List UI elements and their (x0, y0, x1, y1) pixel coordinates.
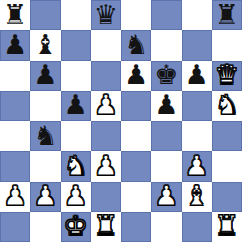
piece-white-pawn[interactable]: ♟ (94, 91, 118, 118)
square-d3[interactable]: ♟ (91, 151, 121, 181)
square-h2[interactable] (212, 182, 242, 212)
piece-black-king[interactable]: ♚ (154, 61, 178, 88)
square-e2[interactable] (121, 182, 151, 212)
square-b5[interactable] (30, 91, 60, 121)
square-h5[interactable]: ♞ (212, 91, 242, 121)
piece-black-pawn[interactable]: ♟ (154, 91, 178, 118)
piece-black-knight[interactable]: ♞ (33, 122, 57, 149)
square-c5[interactable]: ♟ (61, 91, 91, 121)
square-c1[interactable]: ♚ (61, 212, 91, 242)
piece-white-rook[interactable]: ♜ (94, 212, 118, 239)
square-d4[interactable] (91, 121, 121, 151)
square-b8[interactable] (30, 0, 60, 30)
piece-black-pawn[interactable]: ♟ (185, 61, 209, 88)
piece-white-pawn[interactable]: ♟ (94, 152, 118, 179)
square-g5[interactable] (182, 91, 212, 121)
square-h3[interactable] (212, 151, 242, 181)
piece-white-pawn[interactable]: ♟ (64, 182, 88, 209)
square-c4[interactable] (61, 121, 91, 151)
square-a4[interactable] (0, 121, 30, 151)
square-e6[interactable]: ♟ (121, 61, 151, 91)
square-f7[interactable] (151, 30, 181, 60)
square-a8[interactable]: ♜ (0, 0, 30, 30)
square-h7[interactable] (212, 30, 242, 60)
square-f1[interactable] (151, 212, 181, 242)
piece-black-queen[interactable]: ♛ (94, 1, 118, 28)
piece-white-pawn[interactable]: ♟ (154, 182, 178, 209)
square-b7[interactable]: ♝ (30, 30, 60, 60)
square-a2[interactable]: ♟ (0, 182, 30, 212)
square-g6[interactable]: ♟ (182, 61, 212, 91)
square-d1[interactable]: ♜ (91, 212, 121, 242)
piece-black-rook[interactable]: ♜ (215, 1, 239, 28)
square-f5[interactable]: ♟ (151, 91, 181, 121)
square-e3[interactable] (121, 151, 151, 181)
piece-black-pawn[interactable]: ♟ (124, 61, 148, 88)
piece-white-king[interactable]: ♚ (64, 212, 88, 239)
square-f8[interactable] (151, 0, 181, 30)
piece-black-bishop[interactable]: ♝ (33, 31, 57, 58)
square-g8[interactable] (182, 0, 212, 30)
piece-black-rook[interactable]: ♜ (3, 1, 27, 28)
square-f3[interactable] (151, 151, 181, 181)
square-c7[interactable] (61, 30, 91, 60)
square-h8[interactable]: ♜ (212, 0, 242, 30)
square-e8[interactable] (121, 0, 151, 30)
square-h1[interactable]: ♜ (212, 212, 242, 242)
piece-white-knight[interactable]: ♞ (64, 152, 88, 179)
square-g7[interactable] (182, 30, 212, 60)
square-d8[interactable]: ♛ (91, 0, 121, 30)
square-a6[interactable] (0, 61, 30, 91)
square-a3[interactable] (0, 151, 30, 181)
square-a7[interactable]: ♟ (0, 30, 30, 60)
square-c6[interactable] (61, 61, 91, 91)
square-b3[interactable] (30, 151, 60, 181)
square-b4[interactable]: ♞ (30, 121, 60, 151)
square-g4[interactable] (182, 121, 212, 151)
square-a5[interactable] (0, 91, 30, 121)
square-h4[interactable] (212, 121, 242, 151)
piece-white-bishop[interactable]: ♝ (185, 182, 209, 209)
square-c8[interactable] (61, 0, 91, 30)
piece-white-knight[interactable]: ♞ (215, 91, 239, 118)
square-b6[interactable]: ♟ (30, 61, 60, 91)
piece-white-rook[interactable]: ♜ (215, 212, 239, 239)
piece-black-pawn[interactable]: ♟ (3, 31, 27, 58)
square-e5[interactable] (121, 91, 151, 121)
square-d2[interactable] (91, 182, 121, 212)
square-b2[interactable]: ♟ (30, 182, 60, 212)
square-f6[interactable]: ♚ (151, 61, 181, 91)
square-d7[interactable] (91, 30, 121, 60)
square-d5[interactable]: ♟ (91, 91, 121, 121)
piece-white-pawn[interactable]: ♟ (185, 152, 209, 179)
square-g3[interactable]: ♟ (182, 151, 212, 181)
square-g2[interactable]: ♝ (182, 182, 212, 212)
square-d6[interactable] (91, 61, 121, 91)
square-f4[interactable] (151, 121, 181, 151)
piece-white-pawn[interactable]: ♟ (33, 182, 57, 209)
square-b1[interactable] (30, 212, 60, 242)
square-a1[interactable] (0, 212, 30, 242)
square-e1[interactable] (121, 212, 151, 242)
square-h6[interactable]: ♛ (212, 61, 242, 91)
square-e4[interactable] (121, 121, 151, 151)
square-c3[interactable]: ♞ (61, 151, 91, 181)
piece-white-queen[interactable]: ♛ (215, 61, 239, 88)
piece-black-pawn[interactable]: ♟ (33, 61, 57, 88)
piece-black-knight[interactable]: ♞ (124, 31, 148, 58)
square-e7[interactable]: ♞ (121, 30, 151, 60)
square-g1[interactable] (182, 212, 212, 242)
piece-white-pawn[interactable]: ♟ (3, 182, 27, 209)
square-c2[interactable]: ♟ (61, 182, 91, 212)
chess-board: ♜♛♜♟♝♞♟♟♚♟♛♟♟♟♞♞♞♟♟♟♟♟♟♝♚♜♜ (0, 0, 242, 242)
square-f2[interactable]: ♟ (151, 182, 181, 212)
piece-black-pawn[interactable]: ♟ (64, 91, 88, 118)
